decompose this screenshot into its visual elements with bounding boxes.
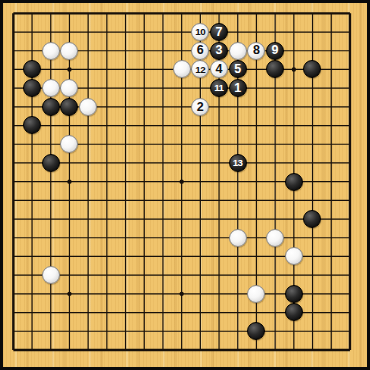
stone-white-move-10[interactable]: 10 [191, 23, 209, 41]
stone-white[interactable] [60, 135, 78, 153]
stone-white[interactable] [229, 42, 247, 60]
stone-black-move-11[interactable]: 11 [210, 79, 228, 97]
stone-black-move-13[interactable]: 13 [229, 154, 247, 172]
stone-white-move-4[interactable]: 4 [210, 60, 228, 78]
stone-black-move-3[interactable]: 3 [210, 42, 228, 60]
stone-black[interactable] [303, 210, 321, 228]
stone-black[interactable] [23, 60, 41, 78]
move-number: 2 [197, 101, 204, 114]
stone-white[interactable] [79, 98, 97, 116]
move-number: 9 [272, 45, 279, 58]
stone-white[interactable] [42, 266, 60, 284]
stone-black[interactable] [303, 60, 321, 78]
move-number: 12 [195, 65, 205, 75]
stone-black[interactable] [285, 285, 303, 303]
move-number: 1 [234, 82, 241, 95]
stone-white[interactable] [42, 79, 60, 97]
stone-black[interactable] [42, 98, 60, 116]
stone-white[interactable] [173, 60, 191, 78]
go-board-diagram: 12345678910111213 [0, 0, 370, 370]
stone-black[interactable] [285, 173, 303, 191]
stone-black[interactable] [285, 303, 303, 321]
stone-black-move-5[interactable]: 5 [229, 60, 247, 78]
stone-white[interactable] [42, 42, 60, 60]
stone-black-move-1[interactable]: 1 [229, 79, 247, 97]
move-number: 4 [216, 63, 223, 76]
stone-layer[interactable]: 12345678910111213 [4, 4, 359, 359]
move-number: 6 [197, 45, 204, 58]
stone-white[interactable] [285, 247, 303, 265]
stone-black[interactable] [60, 98, 78, 116]
stone-white-move-2[interactable]: 2 [191, 98, 209, 116]
move-number: 7 [216, 26, 223, 39]
move-number: 10 [195, 27, 205, 37]
stone-black[interactable] [23, 116, 41, 134]
move-number: 11 [214, 83, 223, 93]
stone-black[interactable] [42, 154, 60, 172]
stone-black[interactable] [266, 60, 284, 78]
move-number: 5 [234, 63, 241, 76]
go-board[interactable]: 12345678910111213 [4, 4, 359, 359]
stone-black-move-9[interactable]: 9 [266, 42, 284, 60]
stone-white[interactable] [229, 229, 247, 247]
move-number: 8 [253, 45, 260, 58]
stone-white-move-8[interactable]: 8 [247, 42, 265, 60]
stone-white[interactable] [266, 229, 284, 247]
stone-black[interactable] [23, 79, 41, 97]
stone-black[interactable] [247, 322, 265, 340]
stone-white[interactable] [60, 79, 78, 97]
stone-white[interactable] [247, 285, 265, 303]
stone-white[interactable] [60, 42, 78, 60]
stone-black-move-7[interactable]: 7 [210, 23, 228, 41]
stone-white-move-6[interactable]: 6 [191, 42, 209, 60]
stone-white-move-12[interactable]: 12 [191, 60, 209, 78]
move-number: 13 [233, 158, 243, 168]
move-number: 3 [216, 45, 223, 58]
